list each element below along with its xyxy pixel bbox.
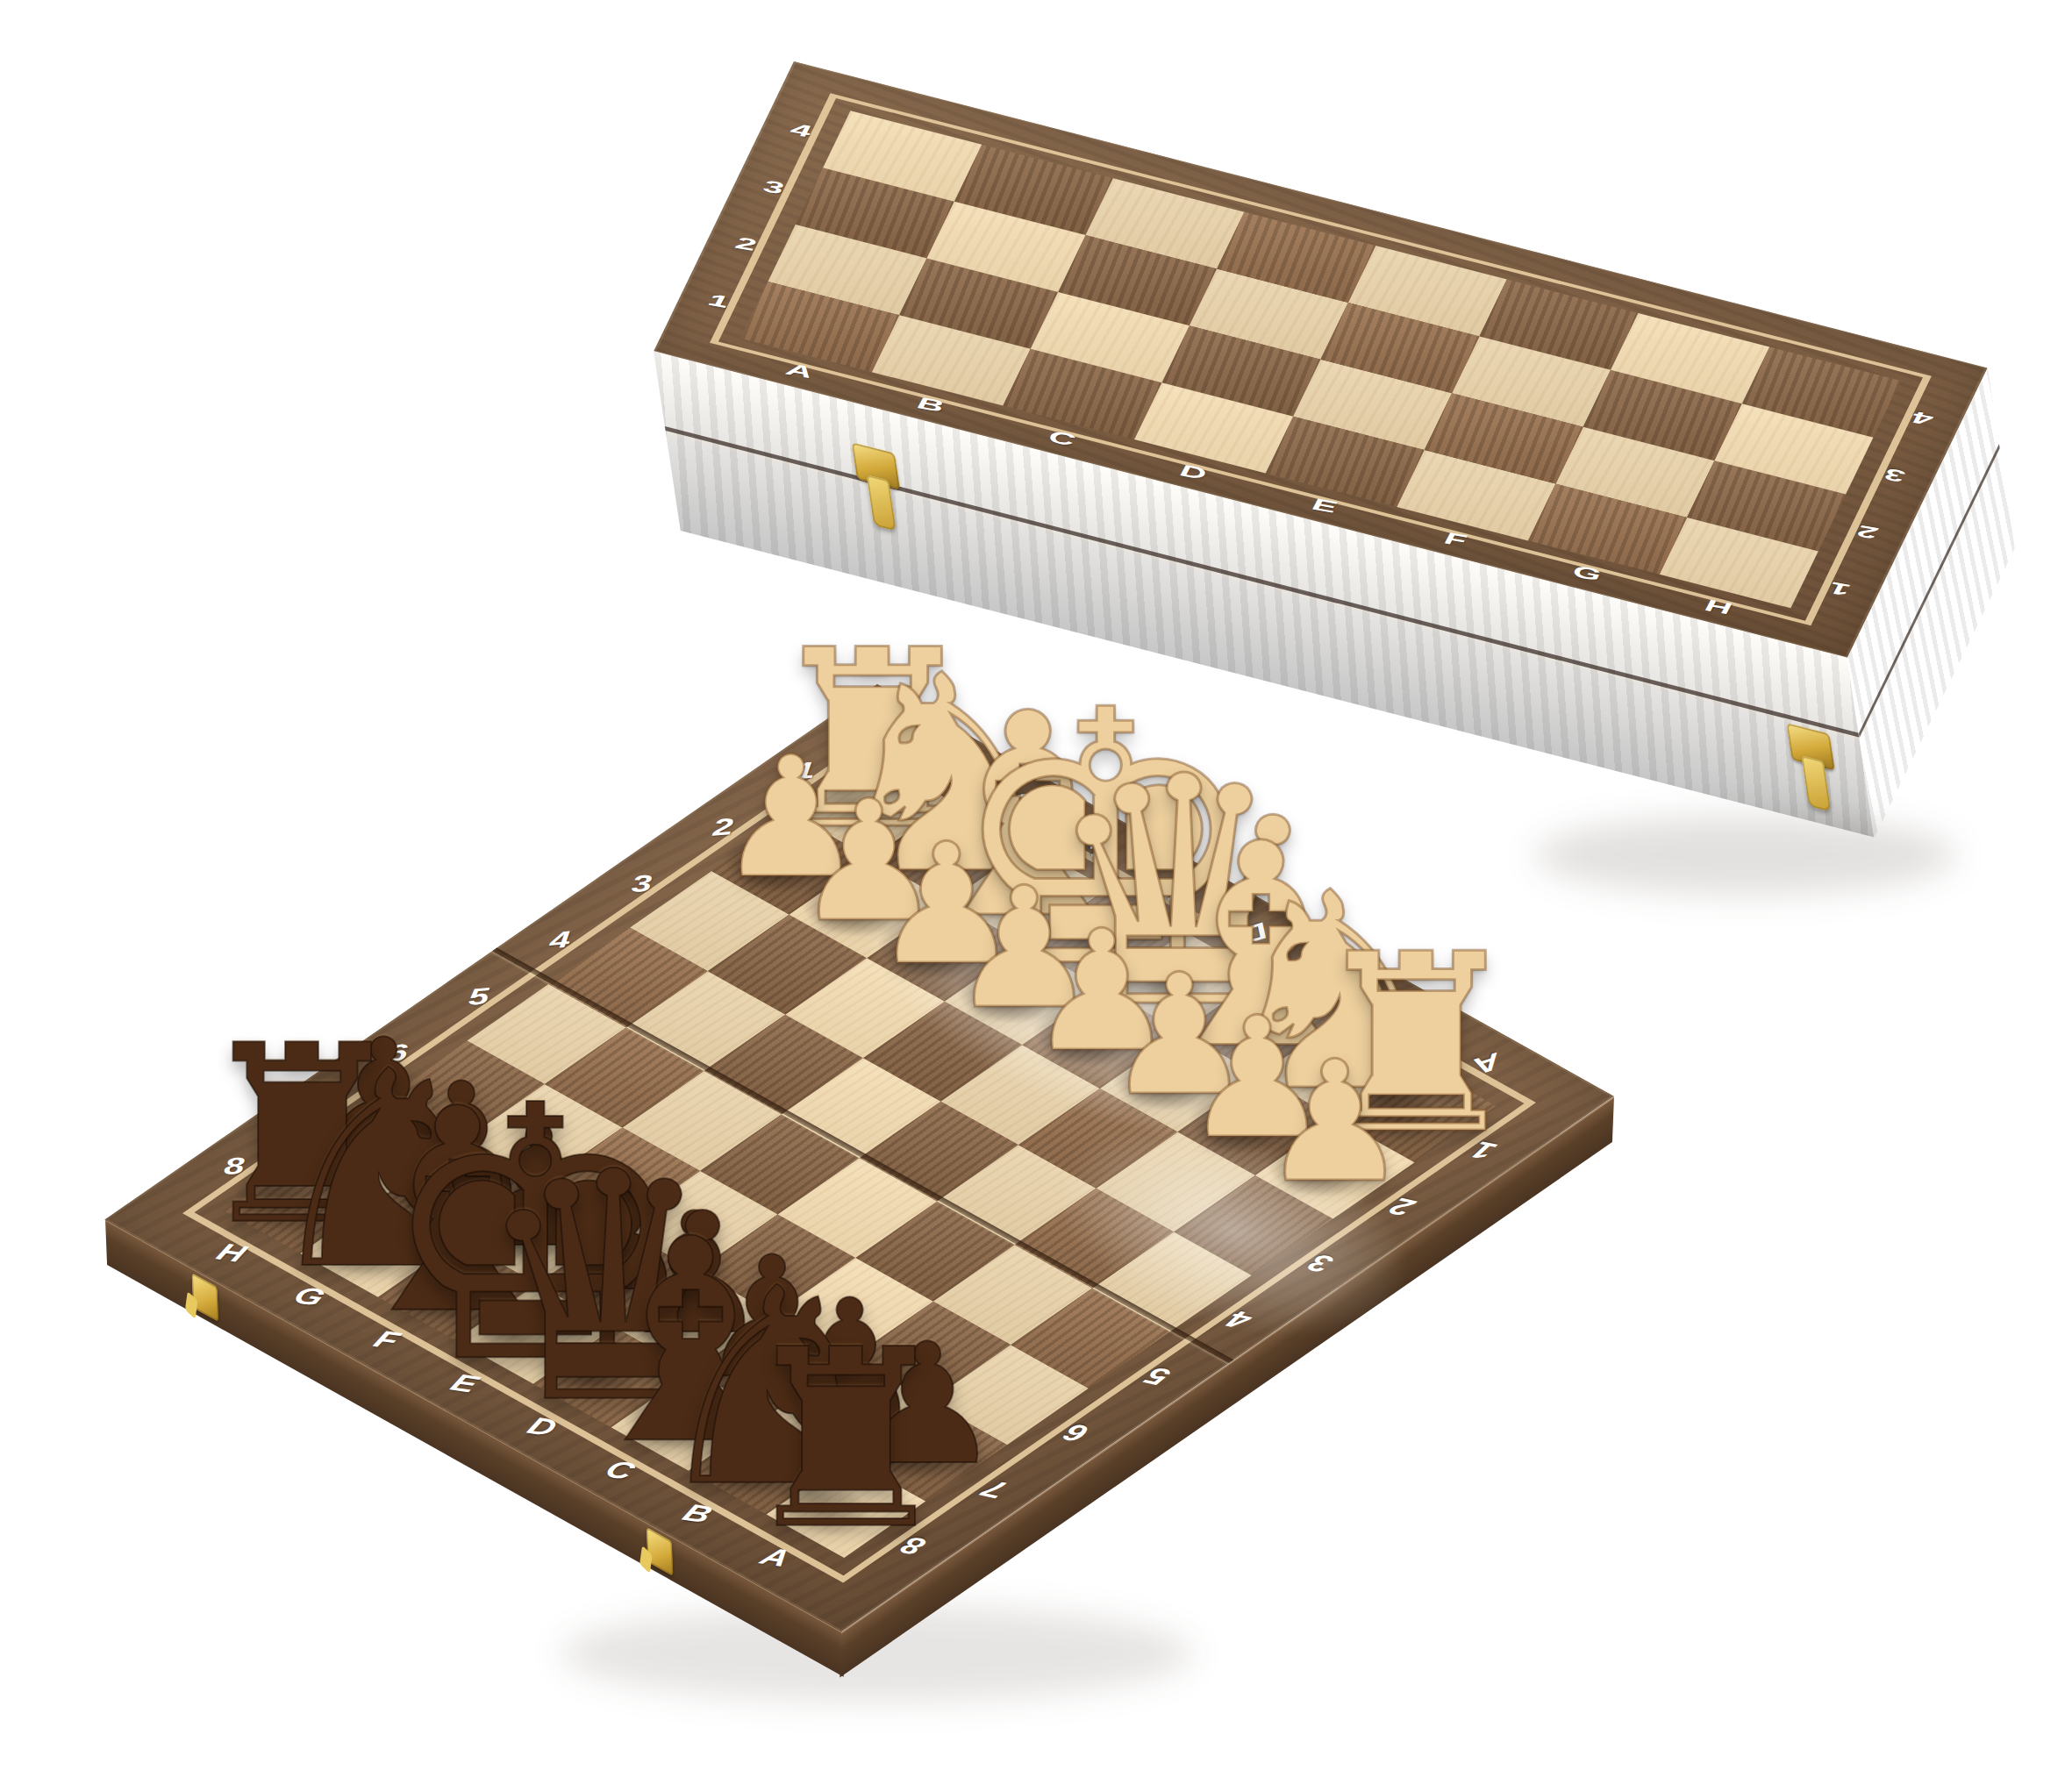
box-rank-label-3-mirrored: 3 bbox=[1884, 464, 1905, 486]
box-rank-label-2: 2 bbox=[735, 232, 756, 254]
board-top: 1122334455667788HHGGFFEEDDCCBBAA ♜♞♝♛♚♝♞… bbox=[104, 684, 1613, 1631]
box-file-label-f: F bbox=[1443, 528, 1466, 551]
box-rank-label-1: 1 bbox=[708, 289, 729, 311]
brass-clasp-left bbox=[852, 442, 908, 541]
box-file-label-b: B bbox=[917, 393, 944, 416]
box-rank-label-1-mirrored: 1 bbox=[1830, 578, 1851, 600]
box-rank-label-2-mirrored: 2 bbox=[1857, 521, 1878, 543]
box-rank-label-4-mirrored: 4 bbox=[1912, 407, 1933, 429]
box-file-label-d: D bbox=[1179, 460, 1206, 483]
pawn-glyph: ♟ bbox=[1261, 1039, 1410, 1205]
box-file-label-a: A bbox=[785, 359, 812, 382]
box-file-label-e: E bbox=[1311, 494, 1337, 517]
box-rank-label-4: 4 bbox=[790, 119, 811, 141]
box-rank-label-3: 3 bbox=[763, 175, 784, 197]
rank-label-5: 5 bbox=[468, 982, 489, 1010]
brass-clasp-right bbox=[1786, 723, 1842, 822]
box-file-label-c: C bbox=[1047, 426, 1075, 449]
box-ground-shadow bbox=[1535, 816, 1956, 895]
rank-label-3: 3 bbox=[632, 869, 653, 897]
box-file-label-g: G bbox=[1572, 561, 1601, 585]
rank-label-4: 4 bbox=[550, 926, 571, 954]
chess-set-product-photo: ABCDEFGH11223344 1122334455667788HHGGFFE… bbox=[0, 0, 2072, 1792]
box-file-label-h: H bbox=[1704, 595, 1732, 618]
rook-glyph: ♜ bbox=[736, 1317, 956, 1562]
